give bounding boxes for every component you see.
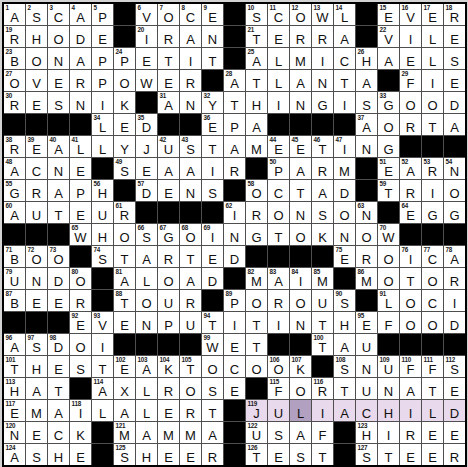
- cell-r19c3[interactable]: A: [48, 400, 69, 421]
- cell-r2c1[interactable]: 19R: [4, 26, 25, 47]
- cell-r3c15[interactable]: I: [312, 48, 333, 69]
- cell-r5c18[interactable]: 33G: [378, 92, 399, 113]
- cell-r11c12[interactable]: G: [246, 224, 267, 245]
- cell-r9c7[interactable]: 57D: [136, 180, 157, 201]
- cell-r14c18[interactable]: 91L: [378, 290, 399, 311]
- cell-r10c20[interactable]: G: [422, 202, 443, 223]
- cell-r19c15[interactable]: I: [312, 400, 333, 421]
- cell-r2c21[interactable]: E: [444, 26, 465, 47]
- cell-r20c4[interactable]: K: [70, 422, 91, 443]
- cell-r9c16[interactable]: D: [334, 180, 355, 201]
- cell-r3c4[interactable]: A: [70, 48, 91, 69]
- cell-r5c20[interactable]: O: [422, 92, 443, 113]
- cell-r17c11[interactable]: C: [224, 356, 245, 377]
- cell-r9c2[interactable]: R: [26, 180, 47, 201]
- cell-r14c16[interactable]: 90S: [334, 290, 355, 311]
- cell-r5c13[interactable]: I: [268, 92, 289, 113]
- cell-r14c13[interactable]: R: [268, 290, 289, 311]
- cell-r12c7[interactable]: A: [136, 246, 157, 267]
- cell-r18c9[interactable]: O: [180, 378, 201, 399]
- cell-r15c13[interactable]: I: [268, 312, 289, 333]
- cell-r8c14[interactable]: A: [290, 158, 311, 179]
- cell-r13c2[interactable]: N: [26, 268, 47, 289]
- cell-r19c16[interactable]: A: [334, 400, 355, 421]
- cell-r4c13[interactable]: L: [268, 70, 289, 91]
- cell-r7c16[interactable]: 47I: [334, 136, 355, 157]
- cell-r18c17[interactable]: U: [356, 378, 377, 399]
- cell-r13c21[interactable]: R: [444, 268, 465, 289]
- cell-r21c18[interactable]: T: [378, 444, 399, 465]
- cell-r11c9[interactable]: 68O: [180, 224, 201, 245]
- cell-r12c8[interactable]: R: [158, 246, 179, 267]
- cell-r3c17[interactable]: 26H: [356, 48, 377, 69]
- cell-r14c9[interactable]: R: [180, 290, 201, 311]
- cell-r9c20[interactable]: I: [422, 180, 443, 201]
- cell-r17c7[interactable]: 103A: [136, 356, 157, 377]
- cell-r2c15[interactable]: R: [312, 26, 333, 47]
- cell-r1c15[interactable]: 13W: [312, 4, 333, 25]
- cell-r4c21[interactable]: E: [444, 70, 465, 91]
- cell-r1c16[interactable]: 14L: [334, 4, 355, 25]
- cell-r20c6[interactable]: 121M: [114, 422, 135, 443]
- cell-r10c15[interactable]: S: [312, 202, 333, 223]
- cell-r10c14[interactable]: N: [290, 202, 311, 223]
- cell-r20c9[interactable]: M: [180, 422, 201, 443]
- cell-r5c9[interactable]: N: [180, 92, 201, 113]
- cell-r10c12[interactable]: R: [246, 202, 267, 223]
- cell-r7c3[interactable]: 40A: [48, 136, 69, 157]
- cell-r6c10[interactable]: 36E: [202, 114, 223, 135]
- cell-r4c16[interactable]: T: [334, 70, 355, 91]
- cell-r17c16[interactable]: 108S: [334, 356, 355, 377]
- cell-r4c5[interactable]: P: [92, 70, 113, 91]
- cell-r5c8[interactable]: 31A: [158, 92, 179, 113]
- cell-r8c11[interactable]: R: [224, 158, 245, 179]
- cell-r16c3[interactable]: 98D: [48, 334, 69, 355]
- cell-r5c1[interactable]: 30R: [4, 92, 25, 113]
- cell-r11c17[interactable]: O: [356, 224, 377, 245]
- cell-r4c9[interactable]: R: [180, 70, 201, 91]
- cell-r11c14[interactable]: O: [290, 224, 311, 245]
- cell-r5c19[interactable]: O: [400, 92, 421, 113]
- cell-r19c5[interactable]: L: [92, 400, 113, 421]
- cell-r14c2[interactable]: E: [26, 290, 47, 311]
- cell-r17c3[interactable]: E: [48, 356, 69, 377]
- cell-r3c16[interactable]: C: [334, 48, 355, 69]
- cell-r18c6[interactable]: X: [114, 378, 135, 399]
- cell-r10c1[interactable]: 60A: [4, 202, 25, 223]
- cell-r4c20[interactable]: I: [422, 70, 443, 91]
- cell-r1c4[interactable]: 4A: [70, 4, 91, 25]
- cell-r9c3[interactable]: A: [48, 180, 69, 201]
- cell-r9c14[interactable]: T: [290, 180, 311, 201]
- cell-r4c17[interactable]: A: [356, 70, 377, 91]
- cell-r18c1[interactable]: 113H: [4, 378, 25, 399]
- cell-r15c10[interactable]: 94T: [202, 312, 223, 333]
- cell-r6c20[interactable]: T: [422, 114, 443, 135]
- cell-r14c8[interactable]: U: [158, 290, 179, 311]
- cell-r9c13[interactable]: C: [268, 180, 289, 201]
- cell-r17c12[interactable]: O: [246, 356, 267, 377]
- cell-r19c19[interactable]: I: [400, 400, 421, 421]
- cell-r2c4[interactable]: D: [70, 26, 91, 47]
- cell-r20c7[interactable]: A: [136, 422, 157, 443]
- cell-r14c12[interactable]: O: [246, 290, 267, 311]
- cell-r14c19[interactable]: O: [400, 290, 421, 311]
- cell-r8c7[interactable]: E: [136, 158, 157, 179]
- cell-r1c2[interactable]: 2S: [26, 4, 47, 25]
- cell-r14c14[interactable]: O: [290, 290, 311, 311]
- cell-r7c14[interactable]: 45E: [290, 136, 311, 157]
- cell-r9c18[interactable]: 59T: [378, 180, 399, 201]
- cell-r12c5[interactable]: 74S: [92, 246, 113, 267]
- cell-r15c14[interactable]: N: [290, 312, 311, 333]
- cell-r10c21[interactable]: G: [444, 202, 465, 223]
- cell-r19c6[interactable]: A: [114, 400, 135, 421]
- cell-r12c19[interactable]: 76I: [400, 246, 421, 267]
- cell-r10c5[interactable]: U: [92, 202, 113, 223]
- cell-r16c12[interactable]: T: [246, 334, 267, 355]
- cell-r4c3[interactable]: E: [48, 70, 69, 91]
- cell-r5c10[interactable]: 32Y: [202, 92, 223, 113]
- cell-r9c4[interactable]: P: [70, 180, 91, 201]
- cell-r1c21[interactable]: 18R: [444, 4, 465, 25]
- cell-r13c10[interactable]: D: [202, 268, 223, 289]
- cell-r9c15[interactable]: A: [312, 180, 333, 201]
- cell-r13c20[interactable]: O: [422, 268, 443, 289]
- cell-r19c2[interactable]: M: [26, 400, 47, 421]
- cell-r21c10[interactable]: R: [202, 444, 223, 465]
- cell-r21c21[interactable]: R: [444, 444, 465, 465]
- cell-r13c6[interactable]: 81A: [114, 268, 135, 289]
- cell-r17c4[interactable]: S: [70, 356, 91, 377]
- cell-r18c20[interactable]: T: [422, 378, 443, 399]
- cell-r20c12[interactable]: 122U: [246, 422, 267, 443]
- cell-r12c16[interactable]: 75E: [334, 246, 355, 267]
- cell-r15c20[interactable]: O: [422, 312, 443, 333]
- cell-r7c9[interactable]: 43S: [180, 136, 201, 157]
- cell-r19c21[interactable]: D: [444, 400, 465, 421]
- cell-r14c21[interactable]: I: [444, 290, 465, 311]
- cell-r19c14[interactable]: L: [290, 400, 311, 421]
- cell-r12c17[interactable]: R: [356, 246, 377, 267]
- cell-r3c9[interactable]: I: [180, 48, 201, 69]
- cell-r13c18[interactable]: O: [378, 268, 399, 289]
- cell-r18c10[interactable]: S: [202, 378, 223, 399]
- cell-r8c3[interactable]: N: [48, 158, 69, 179]
- cell-r18c5[interactable]: 114A: [92, 378, 113, 399]
- cell-r11c10[interactable]: 69I: [202, 224, 223, 245]
- cell-r15c17[interactable]: 95E: [356, 312, 377, 333]
- cell-r7c8[interactable]: 42U: [158, 136, 179, 157]
- cell-r18c2[interactable]: A: [26, 378, 47, 399]
- cell-r5c11[interactable]: T: [224, 92, 245, 113]
- cell-r19c12[interactable]: 119J: [246, 400, 267, 421]
- cell-r6c19[interactable]: R: [400, 114, 421, 135]
- cell-r16c5[interactable]: I: [92, 334, 113, 355]
- cell-r8c9[interactable]: A: [180, 158, 201, 179]
- cell-r1c10[interactable]: 9E: [202, 4, 223, 25]
- cell-r4c19[interactable]: 29F: [400, 70, 421, 91]
- cell-r8c20[interactable]: 53R: [422, 158, 443, 179]
- cell-r13c15[interactable]: 85M: [312, 268, 333, 289]
- cell-r5c3[interactable]: S: [48, 92, 69, 113]
- cell-r8c18[interactable]: 51E: [378, 158, 399, 179]
- cell-r20c10[interactable]: A: [202, 422, 223, 443]
- cell-r3c5[interactable]: P: [92, 48, 113, 69]
- cell-r4c2[interactable]: V: [26, 70, 47, 91]
- cell-r14c7[interactable]: O: [136, 290, 157, 311]
- cell-r10c17[interactable]: 63N: [356, 202, 377, 223]
- cell-r4c1[interactable]: 27O: [4, 70, 25, 91]
- cell-r9c9[interactable]: N: [180, 180, 201, 201]
- cell-r5c21[interactable]: D: [444, 92, 465, 113]
- cell-r21c2[interactable]: S: [26, 444, 47, 465]
- cell-r1c12[interactable]: 10S: [246, 4, 267, 25]
- cell-r12c11[interactable]: D: [224, 246, 245, 267]
- cell-r18c11[interactable]: E: [224, 378, 245, 399]
- cell-r11c13[interactable]: T: [268, 224, 289, 245]
- cell-r21c8[interactable]: E: [158, 444, 179, 465]
- cell-r18c19[interactable]: A: [400, 378, 421, 399]
- cell-r1c13[interactable]: 11C: [268, 4, 289, 25]
- cell-r20c15[interactable]: F: [312, 422, 333, 443]
- cell-r3c7[interactable]: E: [136, 48, 157, 69]
- cell-r17c21[interactable]: 112S: [444, 356, 465, 377]
- cell-r12c18[interactable]: O: [378, 246, 399, 267]
- cell-r10c3[interactable]: T: [48, 202, 69, 223]
- cell-r19c10[interactable]: T: [202, 400, 223, 421]
- cell-r1c20[interactable]: 17E: [422, 4, 443, 25]
- cell-r1c1[interactable]: 1A: [4, 4, 25, 25]
- cell-r6c18[interactable]: O: [378, 114, 399, 135]
- cell-r14c6[interactable]: 88T: [114, 290, 135, 311]
- cell-r1c9[interactable]: 8C: [180, 4, 201, 25]
- cell-r9c5[interactable]: 56H: [92, 180, 113, 201]
- cell-r5c4[interactable]: N: [70, 92, 91, 113]
- cell-r20c17[interactable]: 123H: [356, 422, 377, 443]
- cell-r17c18[interactable]: 109U: [378, 356, 399, 377]
- cell-r7c17[interactable]: N: [356, 136, 377, 157]
- cell-r12c21[interactable]: 78A: [444, 246, 465, 267]
- cell-r7c10[interactable]: T: [202, 136, 223, 157]
- cell-r20c3[interactable]: C: [48, 422, 69, 443]
- cell-r4c11[interactable]: 28A: [224, 70, 245, 91]
- cell-r14c4[interactable]: R: [70, 290, 91, 311]
- cell-r18c13[interactable]: 115F: [268, 378, 289, 399]
- cell-r11c15[interactable]: K: [312, 224, 333, 245]
- cell-r17c6[interactable]: 102E: [114, 356, 135, 377]
- cell-r11c16[interactable]: N: [334, 224, 355, 245]
- cell-r20c20[interactable]: E: [422, 422, 443, 443]
- cell-r17c9[interactable]: 105T: [180, 356, 201, 377]
- cell-r2c16[interactable]: A: [334, 26, 355, 47]
- cell-r1c5[interactable]: 5P: [92, 4, 113, 25]
- cell-r4c14[interactable]: A: [290, 70, 311, 91]
- cell-r15c9[interactable]: U: [180, 312, 201, 333]
- cell-r9c1[interactable]: 55G: [4, 180, 25, 201]
- cell-r7c5[interactable]: L: [92, 136, 113, 157]
- cell-r2c2[interactable]: H: [26, 26, 47, 47]
- cell-r2c10[interactable]: N: [202, 26, 223, 47]
- cell-r21c12[interactable]: 126T: [246, 444, 267, 465]
- cell-r16c2[interactable]: 97S: [26, 334, 47, 355]
- cell-r13c14[interactable]: 84I: [290, 268, 311, 289]
- cell-r12c1[interactable]: 71B: [4, 246, 25, 267]
- cell-r18c18[interactable]: N: [378, 378, 399, 399]
- cell-r3c10[interactable]: T: [202, 48, 223, 69]
- cell-r8c6[interactable]: 49S: [114, 158, 135, 179]
- cell-r12c10[interactable]: E: [202, 246, 223, 267]
- cell-r2c14[interactable]: R: [290, 26, 311, 47]
- cell-r15c21[interactable]: D: [444, 312, 465, 333]
- cell-r1c14[interactable]: 12O: [290, 4, 311, 25]
- cell-r21c7[interactable]: H: [136, 444, 157, 465]
- cell-r11c11[interactable]: N: [224, 224, 245, 245]
- cell-r2c18[interactable]: 22V: [378, 26, 399, 47]
- cell-r16c11[interactable]: E: [224, 334, 245, 355]
- cell-r8c1[interactable]: 48A: [4, 158, 25, 179]
- cell-r20c2[interactable]: E: [26, 422, 47, 443]
- cell-r2c9[interactable]: A: [180, 26, 201, 47]
- cell-r9c12[interactable]: 58O: [246, 180, 267, 201]
- cell-r6c21[interactable]: A: [444, 114, 465, 135]
- cell-r19c18[interactable]: H: [378, 400, 399, 421]
- cell-r1c7[interactable]: 6V: [136, 4, 157, 25]
- cell-r19c1[interactable]: 117E: [4, 400, 25, 421]
- cell-r13c3[interactable]: D: [48, 268, 69, 289]
- cell-r10c4[interactable]: E: [70, 202, 91, 223]
- cell-r19c17[interactable]: C: [356, 400, 377, 421]
- cell-r20c14[interactable]: A: [290, 422, 311, 443]
- cell-r2c3[interactable]: O: [48, 26, 69, 47]
- cell-r5c15[interactable]: G: [312, 92, 333, 113]
- cell-r18c16[interactable]: T: [334, 378, 355, 399]
- cell-r20c19[interactable]: R: [400, 422, 421, 443]
- cell-r17c14[interactable]: 107K: [290, 356, 311, 377]
- cell-r4c7[interactable]: W: [136, 70, 157, 91]
- cell-r14c20[interactable]: C: [422, 290, 443, 311]
- cell-r3c21[interactable]: S: [444, 48, 465, 69]
- cell-r3c14[interactable]: M: [290, 48, 311, 69]
- cell-r7c7[interactable]: J: [136, 136, 157, 157]
- cell-r8c16[interactable]: M: [334, 158, 355, 179]
- cell-r7c1[interactable]: 38R: [4, 136, 25, 157]
- cell-r16c15[interactable]: 100T: [312, 334, 333, 355]
- cell-r15c12[interactable]: T: [246, 312, 267, 333]
- cell-r21c4[interactable]: E: [70, 444, 91, 465]
- cell-r2c8[interactable]: R: [158, 26, 179, 47]
- cell-r12c9[interactable]: T: [180, 246, 201, 267]
- cell-r13c17[interactable]: 86M: [356, 268, 377, 289]
- cell-r13c9[interactable]: A: [180, 268, 201, 289]
- cell-r6c12[interactable]: A: [246, 114, 267, 135]
- cell-r8c13[interactable]: 50P: [268, 158, 289, 179]
- cell-r21c14[interactable]: S: [290, 444, 311, 465]
- cell-r17c1[interactable]: 101T: [4, 356, 25, 377]
- cell-r16c4[interactable]: O: [70, 334, 91, 355]
- cell-r3c18[interactable]: A: [378, 48, 399, 69]
- cell-r17c13[interactable]: 106O: [268, 356, 289, 377]
- cell-r3c13[interactable]: L: [268, 48, 289, 69]
- cell-r4c15[interactable]: N: [312, 70, 333, 91]
- cell-r2c19[interactable]: I: [400, 26, 421, 47]
- cell-r7c18[interactable]: G: [378, 136, 399, 157]
- cell-r5c5[interactable]: I: [92, 92, 113, 113]
- cell-r11c8[interactable]: 67G: [158, 224, 179, 245]
- cell-r11c5[interactable]: H: [92, 224, 113, 245]
- cell-r10c6[interactable]: 61R: [114, 202, 135, 223]
- cell-r16c17[interactable]: U: [356, 334, 377, 355]
- cell-r9c21[interactable]: O: [444, 180, 465, 201]
- cell-r14c1[interactable]: 87B: [4, 290, 25, 311]
- cell-r7c6[interactable]: Y: [114, 136, 135, 157]
- cell-r8c8[interactable]: A: [158, 158, 179, 179]
- cell-r5c16[interactable]: I: [334, 92, 355, 113]
- cell-r18c8[interactable]: R: [158, 378, 179, 399]
- cell-r8c21[interactable]: 54N: [444, 158, 465, 179]
- cell-r20c21[interactable]: E: [444, 422, 465, 443]
- cell-r21c6[interactable]: 125S: [114, 444, 135, 465]
- cell-r13c19[interactable]: T: [400, 268, 421, 289]
- cell-r14c15[interactable]: U: [312, 290, 333, 311]
- cell-r2c5[interactable]: E: [92, 26, 113, 47]
- cell-r8c4[interactable]: E: [70, 158, 91, 179]
- cell-r17c20[interactable]: 111F: [422, 356, 443, 377]
- cell-r7c2[interactable]: 39E: [26, 136, 47, 157]
- cell-r15c11[interactable]: I: [224, 312, 245, 333]
- cell-r21c17[interactable]: 127S: [356, 444, 377, 465]
- cell-r17c5[interactable]: T: [92, 356, 113, 377]
- cell-r13c1[interactable]: 79U: [4, 268, 25, 289]
- cell-r3c20[interactable]: L: [422, 48, 443, 69]
- cell-r19c7[interactable]: L: [136, 400, 157, 421]
- cell-r21c19[interactable]: E: [400, 444, 421, 465]
- cell-r6c5[interactable]: 34L: [92, 114, 113, 135]
- cell-r6c17[interactable]: 37A: [356, 114, 377, 135]
- cell-r4c12[interactable]: T: [246, 70, 267, 91]
- cell-r20c8[interactable]: M: [158, 422, 179, 443]
- cell-r19c4[interactable]: 118I: [70, 400, 91, 421]
- cell-r17c8[interactable]: 104K: [158, 356, 179, 377]
- cell-r9c8[interactable]: E: [158, 180, 179, 201]
- cell-r2c12[interactable]: 21T: [246, 26, 267, 47]
- cell-r12c2[interactable]: 72O: [26, 246, 47, 267]
- cell-r15c19[interactable]: O: [400, 312, 421, 333]
- cell-r16c1[interactable]: 96A: [4, 334, 25, 355]
- cell-r12c6[interactable]: T: [114, 246, 135, 267]
- cell-r5c14[interactable]: N: [290, 92, 311, 113]
- cell-r3c3[interactable]: N: [48, 48, 69, 69]
- cell-r4c6[interactable]: O: [114, 70, 135, 91]
- cell-r15c6[interactable]: E: [114, 312, 135, 333]
- cell-r15c8[interactable]: P: [158, 312, 179, 333]
- cell-r17c17[interactable]: N: [356, 356, 377, 377]
- cell-r12c3[interactable]: 73O: [48, 246, 69, 267]
- cell-r15c18[interactable]: F: [378, 312, 399, 333]
- cell-r3c2[interactable]: O: [26, 48, 47, 69]
- cell-r21c1[interactable]: 124A: [4, 444, 25, 465]
- cell-r19c20[interactable]: L: [422, 400, 443, 421]
- cell-r19c13[interactable]: U: [268, 400, 289, 421]
- cell-r19c9[interactable]: R: [180, 400, 201, 421]
- cell-r10c11[interactable]: 62I: [224, 202, 245, 223]
- cell-r11c4[interactable]: 65W: [70, 224, 91, 245]
- cell-r20c18[interactable]: I: [378, 422, 399, 443]
- cell-r3c8[interactable]: T: [158, 48, 179, 69]
- cell-r3c12[interactable]: 25A: [246, 48, 267, 69]
- cell-r7c13[interactable]: 44E: [268, 136, 289, 157]
